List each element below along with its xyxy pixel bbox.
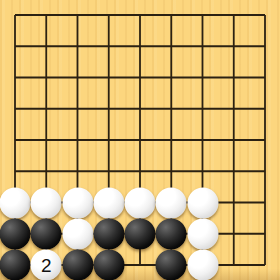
stone-black	[93, 250, 124, 280]
stone-white	[62, 187, 93, 218]
stone-white	[125, 187, 156, 218]
stone-black	[62, 250, 93, 280]
stone-white	[156, 187, 187, 218]
stone-black	[0, 218, 31, 249]
stone-black	[125, 218, 156, 249]
stone-white	[93, 187, 124, 218]
stone-black	[156, 218, 187, 249]
stone-white: 2	[31, 250, 62, 280]
stone-white	[187, 250, 218, 280]
stone-white	[0, 187, 31, 218]
stone-black	[93, 218, 124, 249]
stone-white	[187, 187, 218, 218]
move-number-label: 2	[41, 256, 52, 275]
stone-white	[187, 218, 218, 249]
stone-black	[156, 250, 187, 280]
stone-black	[0, 250, 31, 280]
stone-white	[62, 218, 93, 249]
go-board[interactable]: 2	[0, 0, 280, 280]
stone-black	[31, 218, 62, 249]
stone-white	[31, 187, 62, 218]
